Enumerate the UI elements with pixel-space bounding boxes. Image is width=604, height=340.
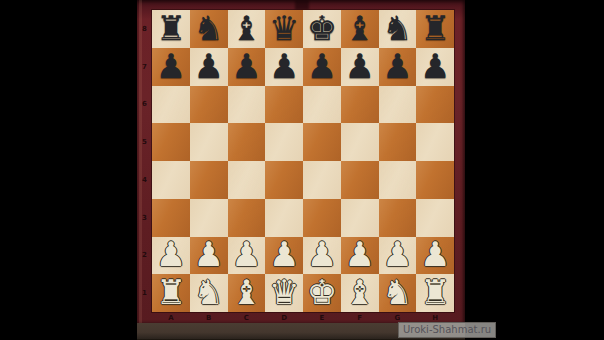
black-pawn-g7: ♟: [382, 49, 412, 83]
white-rook-a1: ♜: [156, 275, 186, 309]
black-pawn-c7: ♟: [231, 49, 261, 83]
square-a5[interactable]: [152, 123, 190, 161]
file-label-f: F: [341, 312, 379, 323]
square-a4[interactable]: [152, 161, 190, 199]
square-e6[interactable]: [303, 86, 341, 124]
file-label-a: A: [152, 312, 190, 323]
white-pawn-c2: ♟: [231, 237, 261, 271]
rank-label-7: 7: [137, 48, 152, 86]
white-knight-g1: ♞: [382, 275, 412, 309]
black-bishop-f8: ♝: [344, 11, 374, 45]
square-c7[interactable]: ♟: [228, 48, 266, 86]
watermark-label: Uroki-Shahmat.ru: [398, 322, 496, 338]
square-c5[interactable]: [228, 123, 266, 161]
square-g2[interactable]: ♟: [379, 237, 417, 275]
square-b8[interactable]: ♞: [190, 10, 228, 48]
black-pawn-h7: ♟: [420, 49, 450, 83]
square-h7[interactable]: ♟: [416, 48, 454, 86]
white-pawn-d2: ♟: [269, 237, 299, 271]
square-e4[interactable]: [303, 161, 341, 199]
rank-label-3: 3: [137, 199, 152, 237]
black-rook-a8: ♜: [156, 11, 186, 45]
square-h6[interactable]: [416, 86, 454, 124]
white-knight-b1: ♞: [193, 275, 223, 309]
square-e2[interactable]: ♟: [303, 237, 341, 275]
board-frame: 87654321 ♜♞♝♛♚♝♞♜♟♟♟♟♟♟♟♟♟♟♟♟♟♟♟♟♜♞♝♛♚♝♞…: [137, 0, 465, 323]
rank-label-6: 6: [137, 86, 152, 124]
square-c3[interactable]: [228, 199, 266, 237]
rank-label-8: 8: [137, 10, 152, 48]
white-pawn-h2: ♟: [420, 237, 450, 271]
file-label-c: C: [228, 312, 266, 323]
square-b2[interactable]: ♟: [190, 237, 228, 275]
square-e1[interactable]: ♚: [303, 274, 341, 312]
square-b6[interactable]: [190, 86, 228, 124]
square-e8[interactable]: ♚: [303, 10, 341, 48]
square-f4[interactable]: [341, 161, 379, 199]
rank-label-5: 5: [137, 123, 152, 161]
white-pawn-a2: ♟: [156, 237, 186, 271]
square-f1[interactable]: ♝: [341, 274, 379, 312]
square-c4[interactable]: [228, 161, 266, 199]
square-b1[interactable]: ♞: [190, 274, 228, 312]
square-g5[interactable]: [379, 123, 417, 161]
square-h4[interactable]: [416, 161, 454, 199]
black-pawn-b7: ♟: [193, 49, 223, 83]
square-d7[interactable]: ♟: [265, 48, 303, 86]
white-queen-d1: ♛: [269, 275, 299, 309]
black-pawn-f7: ♟: [344, 49, 374, 83]
rank-label-4: 4: [137, 161, 152, 199]
square-d4[interactable]: [265, 161, 303, 199]
square-d5[interactable]: [265, 123, 303, 161]
white-pawn-b2: ♟: [193, 237, 223, 271]
black-knight-g8: ♞: [382, 11, 412, 45]
black-queen-d8: ♛: [269, 11, 299, 45]
square-h8[interactable]: ♜: [416, 10, 454, 48]
square-b4[interactable]: [190, 161, 228, 199]
square-g3[interactable]: [379, 199, 417, 237]
square-b7[interactable]: ♟: [190, 48, 228, 86]
file-label-d: D: [265, 312, 303, 323]
board-squares: ♜♞♝♛♚♝♞♜♟♟♟♟♟♟♟♟♟♟♟♟♟♟♟♟♜♞♝♛♚♝♞♜: [152, 10, 454, 312]
white-bishop-f1: ♝: [344, 275, 374, 309]
square-c8[interactable]: ♝: [228, 10, 266, 48]
square-g4[interactable]: [379, 161, 417, 199]
square-e3[interactable]: [303, 199, 341, 237]
black-pawn-a7: ♟: [156, 49, 186, 83]
rank-labels: 87654321: [137, 10, 152, 312]
square-b3[interactable]: [190, 199, 228, 237]
square-e7[interactable]: ♟: [303, 48, 341, 86]
square-d1[interactable]: ♛: [265, 274, 303, 312]
rank-label-1: 1: [137, 274, 152, 312]
chess-photo: 87654321 ♜♞♝♛♚♝♞♜♟♟♟♟♟♟♟♟♟♟♟♟♟♟♟♟♜♞♝♛♚♝♞…: [137, 0, 465, 340]
square-a6[interactable]: [152, 86, 190, 124]
square-g6[interactable]: [379, 86, 417, 124]
square-c6[interactable]: [228, 86, 266, 124]
file-label-b: B: [190, 312, 228, 323]
square-f6[interactable]: [341, 86, 379, 124]
square-c1[interactable]: ♝: [228, 274, 266, 312]
black-knight-b8: ♞: [193, 11, 223, 45]
black-bishop-c8: ♝: [231, 11, 261, 45]
square-a7[interactable]: ♟: [152, 48, 190, 86]
white-pawn-g2: ♟: [382, 237, 412, 271]
square-h3[interactable]: [416, 199, 454, 237]
square-d6[interactable]: [265, 86, 303, 124]
square-h5[interactable]: [416, 123, 454, 161]
square-f3[interactable]: [341, 199, 379, 237]
black-rook-h8: ♜: [420, 11, 450, 45]
square-a3[interactable]: [152, 199, 190, 237]
square-b5[interactable]: [190, 123, 228, 161]
rank-label-2: 2: [137, 237, 152, 275]
white-rook-h1: ♜: [420, 275, 450, 309]
square-e5[interactable]: [303, 123, 341, 161]
square-f7[interactable]: ♟: [341, 48, 379, 86]
white-pawn-e2: ♟: [307, 237, 337, 271]
screenshot-stage: 87654321 ♜♞♝♛♚♝♞♜♟♟♟♟♟♟♟♟♟♟♟♟♟♟♟♟♜♞♝♛♚♝♞…: [0, 0, 604, 340]
file-label-e: E: [303, 312, 341, 323]
black-pawn-d7: ♟: [269, 49, 299, 83]
black-pawn-e7: ♟: [307, 49, 337, 83]
white-king-e1: ♚: [307, 275, 337, 309]
square-f5[interactable]: [341, 123, 379, 161]
square-c2[interactable]: ♟: [228, 237, 266, 275]
white-pawn-f2: ♟: [344, 237, 374, 271]
square-h1[interactable]: ♜: [416, 274, 454, 312]
square-d8[interactable]: ♛: [265, 10, 303, 48]
square-h2[interactable]: ♟: [416, 237, 454, 275]
black-king-e8: ♚: [307, 11, 337, 45]
square-d3[interactable]: [265, 199, 303, 237]
square-g7[interactable]: ♟: [379, 48, 417, 86]
square-f2[interactable]: ♟: [341, 237, 379, 275]
square-a2[interactable]: ♟: [152, 237, 190, 275]
square-g1[interactable]: ♞: [379, 274, 417, 312]
square-d2[interactable]: ♟: [265, 237, 303, 275]
white-bishop-c1: ♝: [231, 275, 261, 309]
square-g8[interactable]: ♞: [379, 10, 417, 48]
square-a1[interactable]: ♜: [152, 274, 190, 312]
square-a8[interactable]: ♜: [152, 10, 190, 48]
square-f8[interactable]: ♝: [341, 10, 379, 48]
